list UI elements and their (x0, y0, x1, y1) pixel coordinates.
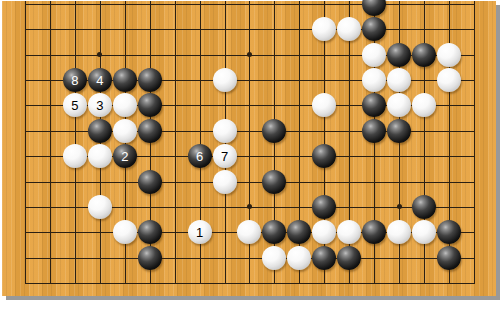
white-stone (437, 43, 461, 67)
black-stone (362, 17, 386, 41)
go-board: 84532671 (2, 1, 496, 296)
black-stone (262, 220, 286, 244)
white-stone (337, 17, 361, 41)
white-stone (312, 93, 336, 117)
white-stone (437, 68, 461, 92)
black-stone (412, 195, 436, 219)
move-number-label: 8 (63, 68, 87, 92)
white-stone (213, 119, 237, 143)
black-stone: 8 (63, 68, 87, 92)
black-stone (138, 93, 162, 117)
star-point (97, 52, 102, 57)
black-stone (312, 246, 336, 270)
black-stone (262, 170, 286, 194)
black-stone (262, 119, 286, 143)
black-stone: 2 (113, 144, 137, 168)
white-stone (312, 17, 336, 41)
black-stone (362, 93, 386, 117)
move-number-label: 2 (113, 144, 137, 168)
white-stone (387, 68, 411, 92)
black-stone: 4 (88, 68, 112, 92)
black-stone (138, 220, 162, 244)
white-stone (262, 246, 286, 270)
black-stone (88, 119, 112, 143)
black-stone (138, 170, 162, 194)
white-stone (387, 220, 411, 244)
star-point (247, 52, 252, 57)
star-point (397, 204, 402, 209)
white-stone (88, 144, 112, 168)
move-number-label: 5 (63, 93, 87, 117)
black-stone (138, 68, 162, 92)
white-stone (412, 220, 436, 244)
white-stone: 7 (213, 144, 237, 168)
black-stone (337, 246, 361, 270)
white-stone (63, 144, 87, 168)
white-stone (237, 220, 261, 244)
grid-line-horizontal (25, 4, 475, 5)
white-stone (387, 93, 411, 117)
black-stone (312, 195, 336, 219)
white-stone: 5 (63, 93, 87, 117)
grid-line-vertical (474, 1, 475, 284)
move-number-label: 7 (213, 144, 237, 168)
white-stone (312, 220, 336, 244)
black-stone (312, 144, 336, 168)
white-stone (362, 43, 386, 67)
black-stone: 6 (188, 144, 212, 168)
grid-line-horizontal (25, 258, 475, 259)
grid-line-horizontal (25, 283, 475, 284)
black-stone (362, 119, 386, 143)
black-stone (362, 0, 386, 16)
move-number-label: 1 (188, 220, 212, 244)
grid-line-vertical (50, 1, 51, 284)
white-stone (113, 93, 137, 117)
white-stone (113, 119, 137, 143)
white-stone (412, 93, 436, 117)
white-stone (88, 195, 112, 219)
white-stone: 1 (188, 220, 212, 244)
black-stone (138, 119, 162, 143)
black-stone (287, 220, 311, 244)
white-stone (287, 246, 311, 270)
move-number-label: 3 (88, 93, 112, 117)
white-stone (113, 220, 137, 244)
grid-line-vertical (75, 1, 76, 284)
black-stone (412, 43, 436, 67)
white-stone (362, 68, 386, 92)
black-stone (387, 43, 411, 67)
move-number-label: 6 (188, 144, 212, 168)
white-stone (337, 220, 361, 244)
white-stone (213, 68, 237, 92)
move-number-label: 4 (88, 68, 112, 92)
black-stone (437, 246, 461, 270)
star-point (247, 204, 252, 209)
grid-line-vertical (25, 1, 26, 284)
grid-line-vertical (175, 1, 176, 284)
black-stone (113, 68, 137, 92)
black-stone (362, 220, 386, 244)
black-stone (437, 220, 461, 244)
white-stone (213, 170, 237, 194)
white-stone: 3 (88, 93, 112, 117)
black-stone (387, 119, 411, 143)
black-stone (138, 246, 162, 270)
grid-line-horizontal (25, 182, 475, 183)
grid-line-horizontal (25, 29, 475, 30)
